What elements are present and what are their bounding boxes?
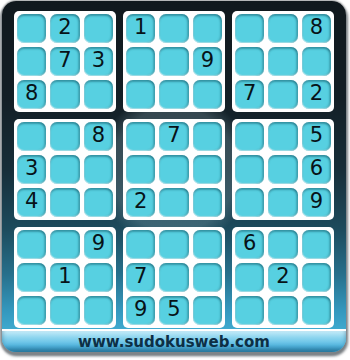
cell-r5c5[interactable]	[159, 155, 188, 184]
cell-r8c8[interactable]: 2	[268, 263, 297, 292]
cell-r6c5[interactable]	[159, 188, 188, 217]
given-digit: 7	[134, 266, 147, 287]
given-digit: 2	[310, 83, 323, 104]
cell-r9c8[interactable]	[268, 296, 297, 325]
box-2-2: 72	[123, 119, 225, 220]
cell-r4c5[interactable]: 7	[159, 122, 188, 151]
given-digit: 1	[58, 266, 71, 287]
box-3-2: 795	[123, 227, 225, 328]
cell-r9c7[interactable]	[235, 296, 264, 325]
cell-r9c6[interactable]	[193, 296, 222, 325]
cell-r9c2[interactable]	[50, 296, 79, 325]
given-digit: 9	[134, 299, 147, 320]
cell-r3c8[interactable]	[268, 80, 297, 109]
cell-r2c2[interactable]: 7	[50, 47, 79, 76]
cell-r6c7[interactable]	[235, 188, 264, 217]
cell-r4c7[interactable]	[235, 122, 264, 151]
cell-r5c2[interactable]	[50, 155, 79, 184]
cell-r1c3[interactable]	[84, 14, 113, 43]
given-digit: 8	[310, 17, 323, 38]
sudoku-grid: 273819872834725699179562	[2, 1, 346, 328]
box-2-1: 834	[14, 119, 116, 220]
cell-r3c7[interactable]: 7	[235, 80, 264, 109]
box-3-1: 91	[14, 227, 116, 328]
cell-r8c4[interactable]: 7	[126, 263, 155, 292]
cell-r2c9[interactable]	[302, 47, 331, 76]
cell-r2c4[interactable]	[126, 47, 155, 76]
box-1-2: 19	[123, 11, 225, 112]
cell-r6c2[interactable]	[50, 188, 79, 217]
cell-r7c4[interactable]	[126, 230, 155, 259]
cell-r5c7[interactable]	[235, 155, 264, 184]
cell-r9c9[interactable]	[302, 296, 331, 325]
given-digit: 7	[243, 83, 256, 104]
cell-r3c3[interactable]	[84, 80, 113, 109]
cell-r2c6[interactable]: 9	[193, 47, 222, 76]
cell-r2c7[interactable]	[235, 47, 264, 76]
cell-r9c3[interactable]	[84, 296, 113, 325]
cell-r5c1[interactable]: 3	[17, 155, 46, 184]
cell-r3c9[interactable]: 2	[302, 80, 331, 109]
given-digit: 7	[58, 50, 71, 71]
given-digit: 3	[25, 158, 38, 179]
cell-r1c1[interactable]	[17, 14, 46, 43]
cell-r3c5[interactable]	[159, 80, 188, 109]
cell-r8c1[interactable]	[17, 263, 46, 292]
box-2-3: 569	[232, 119, 334, 220]
cell-r7c7[interactable]: 6	[235, 230, 264, 259]
given-digit: 9	[92, 233, 105, 254]
cell-r1c6[interactable]	[193, 14, 222, 43]
cell-r1c9[interactable]: 8	[302, 14, 331, 43]
footer-bar: www.sudokusweb.com	[2, 329, 346, 352]
given-digit: 9	[310, 191, 323, 212]
given-digit: 6	[243, 233, 256, 254]
cell-r6c9[interactable]: 9	[302, 188, 331, 217]
cell-r6c1[interactable]: 4	[17, 188, 46, 217]
cell-r5c9[interactable]: 6	[302, 155, 331, 184]
given-digit: 5	[310, 125, 323, 146]
given-digit: 9	[201, 50, 214, 71]
cell-r6c8[interactable]	[268, 188, 297, 217]
cell-r7c5[interactable]	[159, 230, 188, 259]
cell-r7c8[interactable]	[268, 230, 297, 259]
cell-r6c6[interactable]	[193, 188, 222, 217]
cell-r4c8[interactable]	[268, 122, 297, 151]
cell-r1c2[interactable]: 2	[50, 14, 79, 43]
footer-link[interactable]: www.sudokusweb.com	[78, 333, 270, 351]
cell-r8c7[interactable]	[235, 263, 264, 292]
cell-r7c1[interactable]	[17, 230, 46, 259]
cell-r2c1[interactable]	[17, 47, 46, 76]
cell-r3c1[interactable]: 8	[17, 80, 46, 109]
cell-r9c5[interactable]: 5	[159, 296, 188, 325]
given-digit: 4	[25, 191, 38, 212]
box-1-1: 2738	[14, 11, 116, 112]
cell-r5c4[interactable]	[126, 155, 155, 184]
cell-r5c8[interactable]	[268, 155, 297, 184]
cell-r4c9[interactable]: 5	[302, 122, 331, 151]
cell-r1c8[interactable]	[268, 14, 297, 43]
cell-r1c4[interactable]: 1	[126, 14, 155, 43]
cell-r4c2[interactable]	[50, 122, 79, 151]
cell-r9c4[interactable]: 9	[126, 296, 155, 325]
cell-r3c2[interactable]	[50, 80, 79, 109]
given-digit: 8	[25, 83, 38, 104]
cell-r8c3[interactable]	[84, 263, 113, 292]
cell-r8c2[interactable]: 1	[50, 263, 79, 292]
cell-r8c6[interactable]	[193, 263, 222, 292]
cell-r4c4[interactable]	[126, 122, 155, 151]
cell-r2c8[interactable]	[268, 47, 297, 76]
cell-r5c3[interactable]	[84, 155, 113, 184]
given-digit: 6	[310, 158, 323, 179]
box-3-3: 62	[232, 227, 334, 328]
cell-r6c3[interactable]	[84, 188, 113, 217]
cell-r8c9[interactable]	[302, 263, 331, 292]
given-digit: 2	[58, 17, 71, 38]
cell-r4c6[interactable]	[193, 122, 222, 151]
cell-r1c5[interactable]	[159, 14, 188, 43]
cell-r9c1[interactable]	[17, 296, 46, 325]
given-digit: 8	[92, 125, 105, 146]
cell-r6c4[interactable]: 2	[126, 188, 155, 217]
given-digit: 3	[92, 50, 105, 71]
box-1-3: 872	[232, 11, 334, 112]
cell-r5c6[interactable]	[193, 155, 222, 184]
cell-r2c5[interactable]	[159, 47, 188, 76]
cell-r7c2[interactable]	[50, 230, 79, 259]
cell-r4c3[interactable]: 8	[84, 122, 113, 151]
given-digit: 2	[134, 191, 147, 212]
given-digit: 5	[167, 299, 180, 320]
cell-r3c4[interactable]	[126, 80, 155, 109]
cell-r1c7[interactable]	[235, 14, 264, 43]
cell-r7c6[interactable]	[193, 230, 222, 259]
given-digit: 1	[134, 17, 147, 38]
cell-r2c3[interactable]: 3	[84, 47, 113, 76]
given-digit: 7	[167, 125, 180, 146]
given-digit: 2	[276, 266, 289, 287]
cell-r7c3[interactable]: 9	[84, 230, 113, 259]
cell-r3c6[interactable]	[193, 80, 222, 109]
cell-r7c9[interactable]	[302, 230, 331, 259]
cell-r4c1[interactable]	[17, 122, 46, 151]
sudoku-widget: 273819872834725699179562 www.sudokusweb.…	[2, 1, 346, 352]
cell-r8c5[interactable]	[159, 263, 188, 292]
